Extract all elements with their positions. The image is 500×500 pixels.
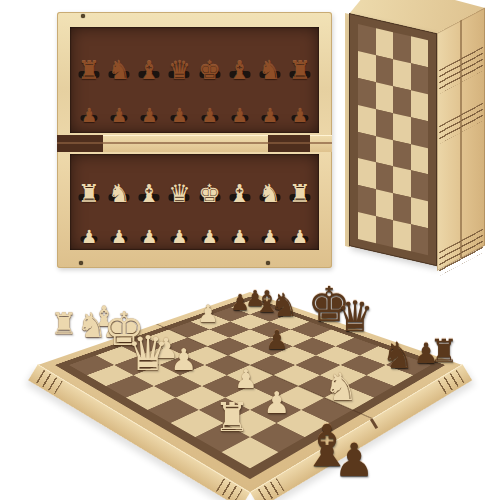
folded-board-cell <box>376 162 394 193</box>
folded-board-cell <box>376 28 394 59</box>
folded-board-cell <box>411 63 429 94</box>
knight-glyph: ♞ <box>108 58 130 83</box>
folded-board-cell <box>358 158 376 189</box>
pawn-glyph: ♟ <box>171 228 187 246</box>
stored-white-pawn[interactable]: ♟ <box>164 228 194 246</box>
hinge-cap-left <box>57 135 103 152</box>
stored-dark-pawn[interactable]: ♟ <box>104 107 134 125</box>
dark-knight-h7[interactable]: ♞ <box>270 289 299 321</box>
rook-glyph: ♜ <box>289 181 311 206</box>
hinge-cap-right <box>268 135 310 152</box>
folded-board-cell <box>411 117 429 148</box>
stored-white-pawn[interactable]: ♟ <box>74 228 104 246</box>
stored-dark-pawn-row: ♟♟♟♟♟♟♟♟ <box>70 83 319 125</box>
white-pawn-e5[interactable]: ♟ <box>234 366 257 392</box>
folded-board-cell <box>358 212 376 243</box>
pawn-glyph: ♟ <box>232 228 248 246</box>
dark-pawn-off-board[interactable]: ♟ <box>333 437 374 483</box>
open-storage-box: ♜♞♝♛♚♝♞♜ ♟♟♟♟♟♟♟♟ ♜♞♝♛♚♝♞♜ ♟♟♟♟♟♟♟♟ <box>57 12 332 268</box>
folded-board-cell <box>358 105 376 136</box>
pawn-glyph: ♟ <box>262 228 278 246</box>
bishop-glyph: ♝ <box>228 58 250 83</box>
folded-board <box>345 5 497 280</box>
queen-glyph: ♛ <box>168 58 190 83</box>
rook-glyph: ♜ <box>78 181 100 206</box>
stored-white-pawn[interactable]: ♟ <box>255 228 285 246</box>
stored-dark-knight[interactable]: ♞ <box>255 58 285 83</box>
stored-white-back-row: ♜♞♝♛♚♝♞♜ <box>70 156 319 206</box>
pawn-glyph: ♟ <box>292 228 308 246</box>
pawn-glyph: ♟ <box>201 107 217 125</box>
folded-board-cell <box>393 86 411 117</box>
stored-white-knight[interactable]: ♞ <box>255 181 285 206</box>
screw <box>81 14 85 18</box>
folded-board-cell <box>393 140 411 171</box>
stored-dark-pawn[interactable]: ♟ <box>285 107 315 125</box>
stored-white-king[interactable]: ♚ <box>195 181 225 206</box>
folded-board-checker-grid <box>358 24 428 255</box>
stored-dark-pawn[interactable]: ♟ <box>225 107 255 125</box>
rook-glyph: ♜ <box>78 58 100 83</box>
bishop-glyph: ♝ <box>228 181 250 206</box>
stored-white-pawn[interactable]: ♟ <box>104 228 134 246</box>
pawn-glyph: ♟ <box>232 107 248 125</box>
pawn-glyph: ♟ <box>262 107 278 125</box>
white-queen-d6[interactable]: ♛ <box>126 329 169 377</box>
stored-dark-bishop[interactable]: ♝ <box>134 58 164 83</box>
white-pawn-e3[interactable]: ♟ <box>264 388 291 418</box>
bishop-glyph: ♝ <box>138 181 160 206</box>
folded-board-cell <box>376 82 394 113</box>
stored-dark-back-row: ♜♞♝♛♚♝♞♜ <box>70 31 319 83</box>
fold-notch <box>370 418 378 429</box>
stored-white-bishop[interactable]: ♝ <box>134 181 164 206</box>
folded-board-cell <box>358 24 376 55</box>
king-glyph: ♚ <box>198 58 220 83</box>
pawn-glyph: ♟ <box>111 107 127 125</box>
folded-board-face <box>349 13 437 266</box>
folded-board-cell <box>358 78 376 109</box>
folded-board-cell <box>411 197 429 228</box>
folded-board-cell <box>358 132 376 163</box>
stored-dark-knight[interactable]: ♞ <box>104 58 134 83</box>
folded-board-cell <box>411 36 429 67</box>
folded-board-cell <box>376 189 394 220</box>
knight-glyph: ♞ <box>108 181 130 206</box>
stored-white-pawn[interactable]: ♟ <box>134 228 164 246</box>
pawn-glyph: ♟ <box>81 228 97 246</box>
dark-pawn-h4[interactable]: ♟ <box>413 340 438 368</box>
spine-seam <box>460 20 462 259</box>
chess-set-product-photo: ♜♞♝♛♚♝♞♜ ♟♟♟♟♟♟♟♟ ♜♞♝♛♚♝♞♜ ♟♟♟♟♟♟♟♟ <box>0 0 500 500</box>
screw <box>79 261 83 265</box>
screw <box>266 261 270 265</box>
stored-dark-pawn[interactable]: ♟ <box>164 107 194 125</box>
stored-dark-rook[interactable]: ♜ <box>74 58 104 83</box>
folded-board-cell <box>376 109 394 140</box>
pawn-glyph: ♟ <box>171 107 187 125</box>
dark-pawn-g8[interactable]: ♟ <box>230 292 250 314</box>
stored-dark-king[interactable]: ♚ <box>195 58 225 83</box>
stored-white-pawn[interactable]: ♟ <box>285 228 315 246</box>
folded-board-cell <box>393 113 411 144</box>
stored-white-pawn[interactable]: ♟ <box>225 228 255 246</box>
stored-dark-rook[interactable]: ♜ <box>285 58 315 83</box>
knight-glyph: ♞ <box>259 58 281 83</box>
white-rook-b8[interactable]: ♜ <box>51 309 78 339</box>
dark-knight-g4[interactable]: ♞ <box>382 338 414 374</box>
stored-white-knight[interactable]: ♞ <box>104 181 134 206</box>
stored-dark-queen[interactable]: ♛ <box>164 58 194 83</box>
folded-board-cell <box>393 59 411 90</box>
white-pawn-e6[interactable]: ♟ <box>171 345 198 375</box>
stored-white-rook[interactable]: ♜ <box>74 181 104 206</box>
folded-board-cell <box>376 136 394 167</box>
bishop-glyph: ♝ <box>138 58 160 83</box>
folded-board-cell <box>376 216 394 247</box>
stored-dark-pawn[interactable]: ♟ <box>134 107 164 125</box>
stored-white-pawn[interactable]: ♟ <box>195 228 225 246</box>
pawn-glyph: ♟ <box>201 228 217 246</box>
white-rook-c3[interactable]: ♜ <box>214 397 250 437</box>
folded-board-cell <box>411 171 429 202</box>
stored-white-rook[interactable]: ♜ <box>285 181 315 206</box>
knight-glyph: ♞ <box>259 181 281 206</box>
folded-board-cell <box>358 51 376 82</box>
rook-glyph: ♜ <box>289 58 311 83</box>
stored-white-queen[interactable]: ♛ <box>164 181 194 206</box>
folded-board-cell <box>376 55 394 86</box>
stored-dark-pawn[interactable]: ♟ <box>255 107 285 125</box>
white-pieces-compartment: ♜♞♝♛♚♝♞♜ ♟♟♟♟♟♟♟♟ <box>70 154 319 250</box>
folded-board-cell <box>393 193 411 224</box>
white-pawn-f8[interactable]: ♟ <box>197 302 219 326</box>
pawn-glyph: ♟ <box>111 228 127 246</box>
folded-board-cell <box>358 185 376 216</box>
pawn-glyph: ♟ <box>141 107 157 125</box>
hinge-rail <box>57 135 332 152</box>
folded-board-spine <box>437 7 485 271</box>
dark-pieces-compartment: ♜♞♝♛♚♝♞♜ ♟♟♟♟♟♟♟♟ <box>70 27 319 133</box>
folded-board-cell <box>411 90 429 121</box>
king-glyph: ♚ <box>198 181 220 206</box>
folded-board-cell <box>393 167 411 198</box>
folded-board-cell <box>393 220 411 251</box>
stored-dark-pawn[interactable]: ♟ <box>74 107 104 125</box>
queen-glyph: ♛ <box>168 181 190 206</box>
pawn-glyph: ♟ <box>81 107 97 125</box>
stored-dark-pawn[interactable]: ♟ <box>195 107 225 125</box>
stored-white-bishop[interactable]: ♝ <box>225 181 255 206</box>
white-knight-f5[interactable]: ♞ <box>324 368 358 406</box>
pawn-glyph: ♟ <box>292 107 308 125</box>
folded-board-cell <box>411 224 429 255</box>
stored-white-pawn-row: ♟♟♟♟♟♟♟♟ <box>70 206 319 246</box>
dark-queen-h5[interactable]: ♛ <box>336 296 374 338</box>
folded-board-cell <box>393 32 411 63</box>
pawn-glyph: ♟ <box>141 228 157 246</box>
stored-dark-bishop[interactable]: ♝ <box>225 58 255 83</box>
folded-board-cell <box>411 144 429 175</box>
dark-pawn-g6[interactable]: ♟ <box>265 327 288 353</box>
